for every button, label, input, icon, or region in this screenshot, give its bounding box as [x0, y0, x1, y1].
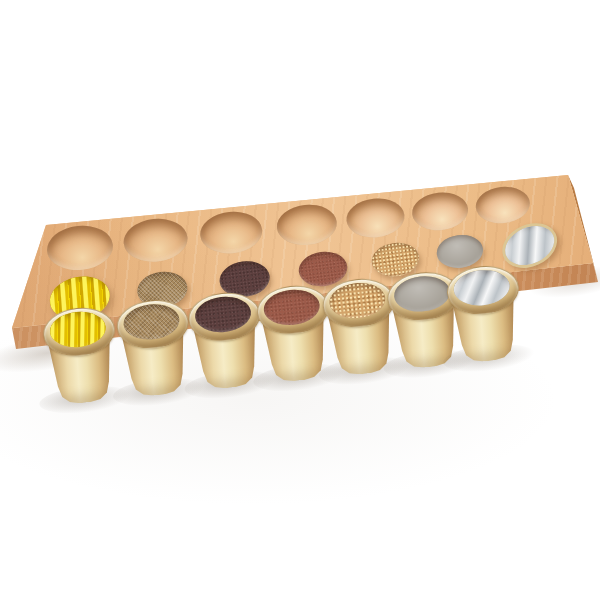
recess-5[interactable]: [344, 196, 406, 240]
recess-1[interactable]: [44, 223, 114, 273]
recess-4[interactable]: [274, 202, 338, 248]
cylinder-dark-brown-sandpaper[interactable]: [187, 289, 268, 425]
cylinder-burlap-weave[interactable]: [115, 296, 196, 432]
cylinder-polished-aluminum[interactable]: [446, 262, 527, 398]
recess-6[interactable]: [410, 190, 470, 233]
cylinder-yellow-ridged[interactable]: [42, 304, 123, 440]
recess-7[interactable]: [474, 184, 531, 225]
recess-2[interactable]: [121, 216, 189, 265]
recess-3[interactable]: [198, 209, 264, 256]
product-photo-stage: [0, 0, 600, 600]
